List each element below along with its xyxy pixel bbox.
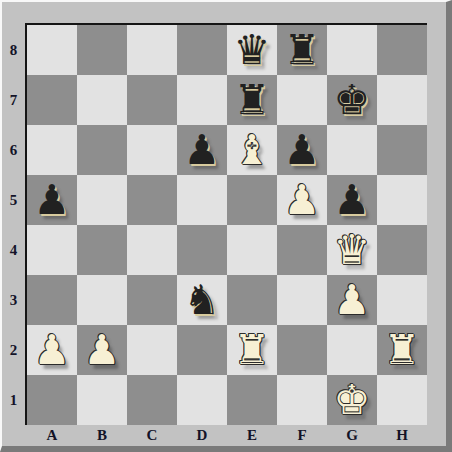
piece-white-rook[interactable]: ♜ — [227, 325, 277, 375]
square-b7[interactable] — [77, 75, 127, 125]
square-d7[interactable] — [177, 75, 227, 125]
square-d1[interactable] — [177, 375, 227, 425]
rank-label-3: 3 — [2, 275, 25, 325]
square-d3[interactable]: ♞ — [177, 275, 227, 325]
piece-white-queen[interactable]: ♛ — [327, 225, 377, 275]
piece-white-rook[interactable]: ♜ — [377, 325, 427, 375]
square-a2[interactable]: ♟ — [27, 325, 77, 375]
square-c8[interactable] — [127, 25, 177, 75]
file-label-h: H — [377, 425, 427, 446]
piece-black-rook[interactable]: ♜ — [277, 25, 327, 75]
square-c2[interactable] — [127, 325, 177, 375]
piece-white-king[interactable]: ♚ — [327, 375, 377, 425]
rank-label-4: 4 — [2, 225, 25, 275]
file-label-b: B — [77, 425, 127, 446]
rank-label-1: 1 — [2, 375, 25, 425]
square-a5[interactable]: ♟ — [27, 175, 77, 225]
square-e8[interactable]: ♛ — [227, 25, 277, 75]
piece-white-pawn[interactable]: ♟ — [327, 275, 377, 325]
square-c3[interactable] — [127, 275, 177, 325]
square-g4[interactable]: ♛ — [327, 225, 377, 275]
square-f3[interactable] — [277, 275, 327, 325]
square-d4[interactable] — [177, 225, 227, 275]
square-c7[interactable] — [127, 75, 177, 125]
piece-black-king[interactable]: ♚ — [327, 75, 377, 125]
square-g6[interactable] — [327, 125, 377, 175]
square-a4[interactable] — [27, 225, 77, 275]
piece-black-knight[interactable]: ♞ — [177, 275, 227, 325]
piece-white-pawn[interactable]: ♟ — [77, 325, 127, 375]
square-f5[interactable]: ♟ — [277, 175, 327, 225]
square-e3[interactable] — [227, 275, 277, 325]
square-h5[interactable] — [377, 175, 427, 225]
square-h8[interactable] — [377, 25, 427, 75]
square-d8[interactable] — [177, 25, 227, 75]
square-f8[interactable]: ♜ — [277, 25, 327, 75]
square-a1[interactable] — [27, 375, 77, 425]
square-d2[interactable] — [177, 325, 227, 375]
rank-labels: 87654321 — [2, 25, 25, 425]
square-g2[interactable] — [327, 325, 377, 375]
rank-label-2: 2 — [2, 325, 25, 375]
square-b3[interactable] — [77, 275, 127, 325]
square-h2[interactable]: ♜ — [377, 325, 427, 375]
file-label-g: G — [327, 425, 377, 446]
square-d5[interactable] — [177, 175, 227, 225]
square-g1[interactable]: ♚ — [327, 375, 377, 425]
square-a6[interactable] — [27, 125, 77, 175]
piece-black-pawn[interactable]: ♟ — [27, 175, 77, 225]
file-label-f: F — [277, 425, 327, 446]
square-h7[interactable] — [377, 75, 427, 125]
square-e6[interactable]: ♝ — [227, 125, 277, 175]
square-f6[interactable]: ♟ — [277, 125, 327, 175]
square-g5[interactable]: ♟ — [327, 175, 377, 225]
square-h1[interactable] — [377, 375, 427, 425]
rank-label-6: 6 — [2, 125, 25, 175]
square-f7[interactable] — [277, 75, 327, 125]
square-b8[interactable] — [77, 25, 127, 75]
square-c5[interactable] — [127, 175, 177, 225]
square-c6[interactable] — [127, 125, 177, 175]
square-d6[interactable]: ♟ — [177, 125, 227, 175]
square-e2[interactable]: ♜ — [227, 325, 277, 375]
square-g3[interactable]: ♟ — [327, 275, 377, 325]
piece-black-queen[interactable]: ♛ — [227, 25, 277, 75]
piece-black-pawn[interactable]: ♟ — [327, 175, 377, 225]
square-f4[interactable] — [277, 225, 327, 275]
file-label-a: A — [27, 425, 77, 446]
square-g8[interactable] — [327, 25, 377, 75]
rank-label-7: 7 — [2, 75, 25, 125]
square-c1[interactable] — [127, 375, 177, 425]
square-b2[interactable]: ♟ — [77, 325, 127, 375]
square-b6[interactable] — [77, 125, 127, 175]
file-label-d: D — [177, 425, 227, 446]
square-e1[interactable] — [227, 375, 277, 425]
square-f1[interactable] — [277, 375, 327, 425]
square-h6[interactable] — [377, 125, 427, 175]
piece-black-pawn[interactable]: ♟ — [277, 125, 327, 175]
square-b1[interactable] — [77, 375, 127, 425]
board-panel: 87654321 ♛♜♜♚♟♝♟♟♟♟♛♞♟♟♟♜♜♚ ABCDEFGH — [0, 0, 452, 452]
square-a8[interactable] — [27, 25, 77, 75]
square-c4[interactable] — [127, 225, 177, 275]
square-h4[interactable] — [377, 225, 427, 275]
square-a3[interactable] — [27, 275, 77, 325]
square-g7[interactable]: ♚ — [327, 75, 377, 125]
piece-white-pawn[interactable]: ♟ — [277, 175, 327, 225]
piece-black-pawn[interactable]: ♟ — [177, 125, 227, 175]
piece-white-bishop[interactable]: ♝ — [227, 125, 277, 175]
board-frame: ♛♜♜♚♟♝♟♟♟♟♛♞♟♟♟♜♜♚ — [25, 23, 427, 425]
square-h3[interactable] — [377, 275, 427, 325]
square-e4[interactable] — [227, 225, 277, 275]
rank-label-5: 5 — [2, 175, 25, 225]
rank-label-8: 8 — [2, 25, 25, 75]
piece-black-rook[interactable]: ♜ — [227, 75, 277, 125]
piece-white-pawn[interactable]: ♟ — [27, 325, 77, 375]
file-label-e: E — [227, 425, 277, 446]
square-b4[interactable] — [77, 225, 127, 275]
square-f2[interactable] — [277, 325, 327, 375]
file-label-c: C — [127, 425, 177, 446]
square-a7[interactable] — [27, 75, 77, 125]
square-e5[interactable] — [227, 175, 277, 225]
square-e7[interactable]: ♜ — [227, 75, 277, 125]
file-labels: ABCDEFGH — [27, 425, 427, 446]
square-b5[interactable] — [77, 175, 127, 225]
chess-board: ♛♜♜♚♟♝♟♟♟♟♛♞♟♟♟♜♜♚ — [27, 25, 427, 425]
